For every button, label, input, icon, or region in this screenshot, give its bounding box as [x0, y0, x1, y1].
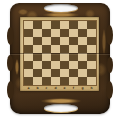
file-label: d	[51, 86, 60, 90]
square-e8[interactable]	[60, 21, 69, 29]
square-e4[interactable]	[60, 53, 69, 61]
square-d4[interactable]	[51, 53, 60, 61]
square-b4[interactable]	[33, 53, 42, 61]
square-c4[interactable]	[42, 53, 51, 61]
square-d1[interactable]	[51, 77, 60, 85]
square-a8[interactable]	[24, 21, 33, 29]
square-f5[interactable]	[69, 45, 78, 53]
square-d2[interactable]	[51, 69, 60, 77]
square-g7[interactable]	[78, 29, 87, 37]
square-c1[interactable]	[42, 77, 51, 85]
square-e7[interactable]	[60, 29, 69, 37]
carved-edge-bump	[106, 25, 113, 45]
square-c3[interactable]	[42, 61, 51, 69]
square-a4[interactable]	[24, 53, 33, 61]
file-label: h	[87, 86, 96, 90]
square-b6[interactable]	[33, 37, 42, 45]
square-e3[interactable]	[60, 61, 69, 69]
square-b2[interactable]	[33, 69, 42, 77]
square-h1[interactable]	[87, 77, 96, 85]
square-h7[interactable]	[87, 29, 96, 37]
square-f3[interactable]	[69, 61, 78, 69]
square-e6[interactable]	[60, 37, 69, 45]
file-label: b	[33, 86, 42, 90]
square-b8[interactable]	[33, 21, 42, 29]
carved-edge-bump	[7, 81, 14, 99]
carved-edge-bump	[7, 27, 14, 45]
square-c2[interactable]	[42, 69, 51, 77]
square-g6[interactable]	[78, 37, 87, 45]
square-e1[interactable]	[60, 77, 69, 85]
carved-edge-bump	[107, 57, 113, 73]
square-e2[interactable]	[60, 69, 69, 77]
square-g5[interactable]	[78, 45, 87, 53]
wooden-case: abcdefgh	[10, 3, 110, 114]
square-h5[interactable]	[87, 45, 96, 53]
square-f1[interactable]	[69, 77, 78, 85]
file-label: f	[69, 86, 78, 90]
square-a2[interactable]	[24, 69, 33, 77]
top-handle-cutout[interactable]	[44, 4, 78, 12]
square-f2[interactable]	[69, 69, 78, 77]
file-label: e	[60, 86, 69, 90]
square-g3[interactable]	[78, 61, 87, 69]
square-h3[interactable]	[87, 61, 96, 69]
file-label: a	[24, 86, 33, 90]
hinge-seam	[10, 53, 110, 54]
square-h8[interactable]	[87, 21, 96, 29]
square-f4[interactable]	[69, 53, 78, 61]
board-frame: abcdefgh	[20, 17, 99, 91]
square-a6[interactable]	[24, 37, 33, 45]
square-d6[interactable]	[51, 37, 60, 45]
file-label: c	[42, 86, 51, 90]
square-b1[interactable]	[33, 77, 42, 85]
bottom-handle-cutout[interactable]	[44, 104, 78, 112]
square-f8[interactable]	[69, 21, 78, 29]
square-g4[interactable]	[78, 53, 87, 61]
square-c8[interactable]	[42, 21, 51, 29]
file-label: g	[78, 86, 87, 90]
square-d3[interactable]	[51, 61, 60, 69]
square-d7[interactable]	[51, 29, 60, 37]
square-g8[interactable]	[78, 21, 87, 29]
square-e5[interactable]	[60, 45, 69, 53]
file-labels: abcdefgh	[24, 86, 96, 90]
square-b3[interactable]	[33, 61, 42, 69]
square-h4[interactable]	[87, 53, 96, 61]
carved-edge-bump	[7, 55, 13, 71]
square-a5[interactable]	[24, 45, 33, 53]
square-c5[interactable]	[42, 45, 51, 53]
square-b5[interactable]	[33, 45, 42, 53]
carving-ornament-left	[15, 59, 19, 75]
square-a1[interactable]	[24, 77, 33, 85]
square-d8[interactable]	[51, 21, 60, 29]
square-h2[interactable]	[87, 69, 96, 77]
square-a3[interactable]	[24, 61, 33, 69]
square-c7[interactable]	[42, 29, 51, 37]
square-d5[interactable]	[51, 45, 60, 53]
square-g2[interactable]	[78, 69, 87, 77]
square-f6[interactable]	[69, 37, 78, 45]
square-b7[interactable]	[33, 29, 42, 37]
square-c6[interactable]	[42, 37, 51, 45]
carving-ornament-corner	[18, 9, 28, 15]
carved-edge-bump	[106, 81, 113, 99]
square-h6[interactable]	[87, 37, 96, 45]
square-g1[interactable]	[78, 77, 87, 85]
square-f7[interactable]	[69, 29, 78, 37]
square-a7[interactable]	[24, 29, 33, 37]
